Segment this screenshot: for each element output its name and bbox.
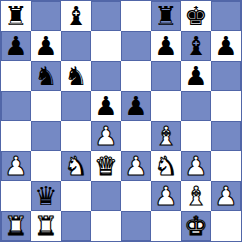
white-king-piece[interactable]: ♚	[184, 211, 207, 241]
square-f5[interactable]	[151, 91, 181, 121]
black-queen-piece[interactable]: ♛	[34, 181, 57, 211]
square-b7[interactable]: ♟	[31, 31, 61, 61]
white-pawn-piece[interactable]: ♟	[214, 181, 237, 211]
square-f7[interactable]: ♟	[151, 31, 181, 61]
square-e3[interactable]: ♟	[121, 151, 151, 181]
square-f2[interactable]: ♟	[151, 181, 181, 211]
square-b5[interactable]	[31, 91, 61, 121]
square-b2[interactable]: ♛	[31, 181, 61, 211]
black-pawn-piece[interactable]: ♟	[154, 31, 177, 61]
square-b8[interactable]	[31, 1, 61, 31]
square-a3[interactable]: ♟	[1, 151, 31, 181]
square-h3[interactable]	[211, 151, 241, 181]
square-d6[interactable]	[91, 61, 121, 91]
square-g6[interactable]: ♟	[181, 61, 211, 91]
black-knight-piece[interactable]: ♞	[64, 61, 87, 91]
square-d4[interactable]: ♟	[91, 121, 121, 151]
square-b1[interactable]: ♜	[31, 211, 61, 241]
square-d7[interactable]	[91, 31, 121, 61]
square-e1[interactable]	[121, 211, 151, 241]
square-c7[interactable]	[61, 31, 91, 61]
square-c5[interactable]	[61, 91, 91, 121]
square-d2[interactable]	[91, 181, 121, 211]
white-rook-piece[interactable]: ♜	[34, 211, 57, 241]
square-g7[interactable]: ♝	[181, 31, 211, 61]
square-c2[interactable]	[61, 181, 91, 211]
white-bishop-piece[interactable]: ♝	[154, 121, 177, 151]
chess-board: ♜♝♜♚♟♟♟♝♟♞♞♟♟♟♟♝♟♞♛♟♞♟♛♟♝♟♜♜♚	[0, 0, 242, 242]
white-queen-piece[interactable]: ♛	[94, 151, 117, 181]
black-pawn-piece[interactable]: ♟	[34, 31, 57, 61]
black-pawn-piece[interactable]: ♟	[4, 31, 27, 61]
square-b3[interactable]	[31, 151, 61, 181]
square-f8[interactable]: ♜	[151, 1, 181, 31]
black-king-piece[interactable]: ♚	[184, 1, 207, 31]
white-rook-piece[interactable]: ♜	[4, 211, 27, 241]
white-knight-piece[interactable]: ♞	[64, 151, 87, 181]
square-g4[interactable]	[181, 121, 211, 151]
square-e4[interactable]	[121, 121, 151, 151]
square-d1[interactable]	[91, 211, 121, 241]
square-e2[interactable]	[121, 181, 151, 211]
square-e8[interactable]	[121, 1, 151, 31]
square-d3[interactable]: ♛	[91, 151, 121, 181]
square-f6[interactable]	[151, 61, 181, 91]
square-a5[interactable]	[1, 91, 31, 121]
square-a2[interactable]	[1, 181, 31, 211]
black-pawn-piece[interactable]: ♟	[124, 91, 147, 121]
square-e6[interactable]	[121, 61, 151, 91]
black-pawn-piece[interactable]: ♟	[184, 61, 207, 91]
square-b6[interactable]: ♞	[31, 61, 61, 91]
black-bishop-piece[interactable]: ♝	[64, 1, 87, 31]
white-pawn-piece[interactable]: ♟	[184, 151, 207, 181]
square-d5[interactable]: ♟	[91, 91, 121, 121]
square-g8[interactable]: ♚	[181, 1, 211, 31]
square-h2[interactable]: ♟	[211, 181, 241, 211]
square-e5[interactable]: ♟	[121, 91, 151, 121]
black-knight-piece[interactable]: ♞	[34, 61, 57, 91]
white-pawn-piece[interactable]: ♟	[124, 151, 147, 181]
black-pawn-piece[interactable]: ♟	[214, 31, 237, 61]
square-a1[interactable]: ♜	[1, 211, 31, 241]
square-e7[interactable]	[121, 31, 151, 61]
square-h7[interactable]: ♟	[211, 31, 241, 61]
square-g1[interactable]: ♚	[181, 211, 211, 241]
white-bishop-piece[interactable]: ♝	[184, 181, 207, 211]
square-c6[interactable]: ♞	[61, 61, 91, 91]
square-a7[interactable]: ♟	[1, 31, 31, 61]
white-pawn-piece[interactable]: ♟	[4, 151, 27, 181]
square-c3[interactable]: ♞	[61, 151, 91, 181]
square-c1[interactable]	[61, 211, 91, 241]
square-h8[interactable]	[211, 1, 241, 31]
white-knight-piece[interactable]: ♞	[154, 151, 177, 181]
square-b4[interactable]	[31, 121, 61, 151]
square-g3[interactable]: ♟	[181, 151, 211, 181]
square-f1[interactable]	[151, 211, 181, 241]
black-pawn-piece[interactable]: ♟	[94, 91, 117, 121]
square-h4[interactable]	[211, 121, 241, 151]
square-g5[interactable]	[181, 91, 211, 121]
square-h6[interactable]	[211, 61, 241, 91]
square-a6[interactable]	[1, 61, 31, 91]
square-d8[interactable]	[91, 1, 121, 31]
square-g2[interactable]: ♝	[181, 181, 211, 211]
square-h1[interactable]	[211, 211, 241, 241]
square-h5[interactable]	[211, 91, 241, 121]
square-f4[interactable]: ♝	[151, 121, 181, 151]
square-c4[interactable]	[61, 121, 91, 151]
black-rook-piece[interactable]: ♜	[154, 1, 177, 31]
black-bishop-piece[interactable]: ♝	[184, 31, 207, 61]
black-rook-piece[interactable]: ♜	[4, 1, 27, 31]
white-pawn-piece[interactable]: ♟	[154, 181, 177, 211]
square-a4[interactable]	[1, 121, 31, 151]
square-a8[interactable]: ♜	[1, 1, 31, 31]
square-f3[interactable]: ♞	[151, 151, 181, 181]
white-pawn-piece[interactable]: ♟	[94, 121, 117, 151]
square-c8[interactable]: ♝	[61, 1, 91, 31]
